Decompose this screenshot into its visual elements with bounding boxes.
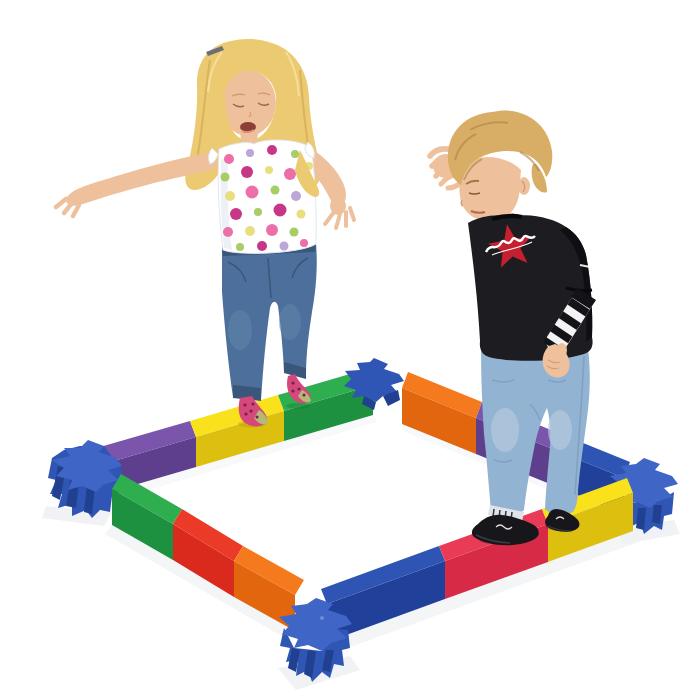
shirt-dot (300, 239, 308, 247)
shirt-dot (246, 149, 254, 157)
sock-spot (291, 381, 294, 384)
shirt-dot (280, 242, 289, 251)
shirt-dot (225, 191, 235, 201)
sock-spot (249, 409, 252, 412)
sock-spot (255, 415, 258, 418)
boy-hip-thumb (557, 343, 567, 357)
girl-jeans-knee (279, 304, 301, 340)
shirt-dot (241, 166, 253, 178)
shirt-dot (297, 210, 306, 219)
product-photo (0, 0, 700, 700)
girl-jeans-knee (228, 310, 252, 350)
shirt-dot (267, 145, 277, 155)
corner-dimple (320, 616, 324, 620)
shirt-dot (274, 204, 287, 217)
sock-spot (291, 389, 294, 392)
shirt-dot (245, 226, 255, 236)
shirt-dot (266, 224, 278, 236)
shirt-dot (246, 186, 259, 199)
shirt-dot (265, 166, 273, 174)
sock-spot (302, 393, 305, 396)
sock-spot (297, 387, 300, 390)
shirt-dot (230, 208, 242, 220)
boy-jeans-knee (548, 410, 572, 450)
boy-jeans-knee (491, 408, 519, 452)
shirt-dot (290, 228, 299, 237)
shirt-dot (221, 173, 230, 182)
shirt-dot (224, 154, 234, 164)
shirt-dot (223, 227, 233, 237)
shirt-dot (271, 186, 280, 195)
shirt-dot (291, 150, 299, 158)
shirt-dot (291, 191, 301, 201)
shirt-dot (254, 208, 262, 216)
shirt-dot (257, 241, 267, 251)
girl-foot-shadow (286, 403, 310, 409)
sock-spot (243, 403, 246, 406)
balance-square-scene (0, 0, 700, 700)
shirt-dot (284, 168, 296, 180)
sock-spot (244, 412, 247, 415)
sock-spot (251, 402, 254, 405)
shirt-dot (236, 243, 244, 251)
